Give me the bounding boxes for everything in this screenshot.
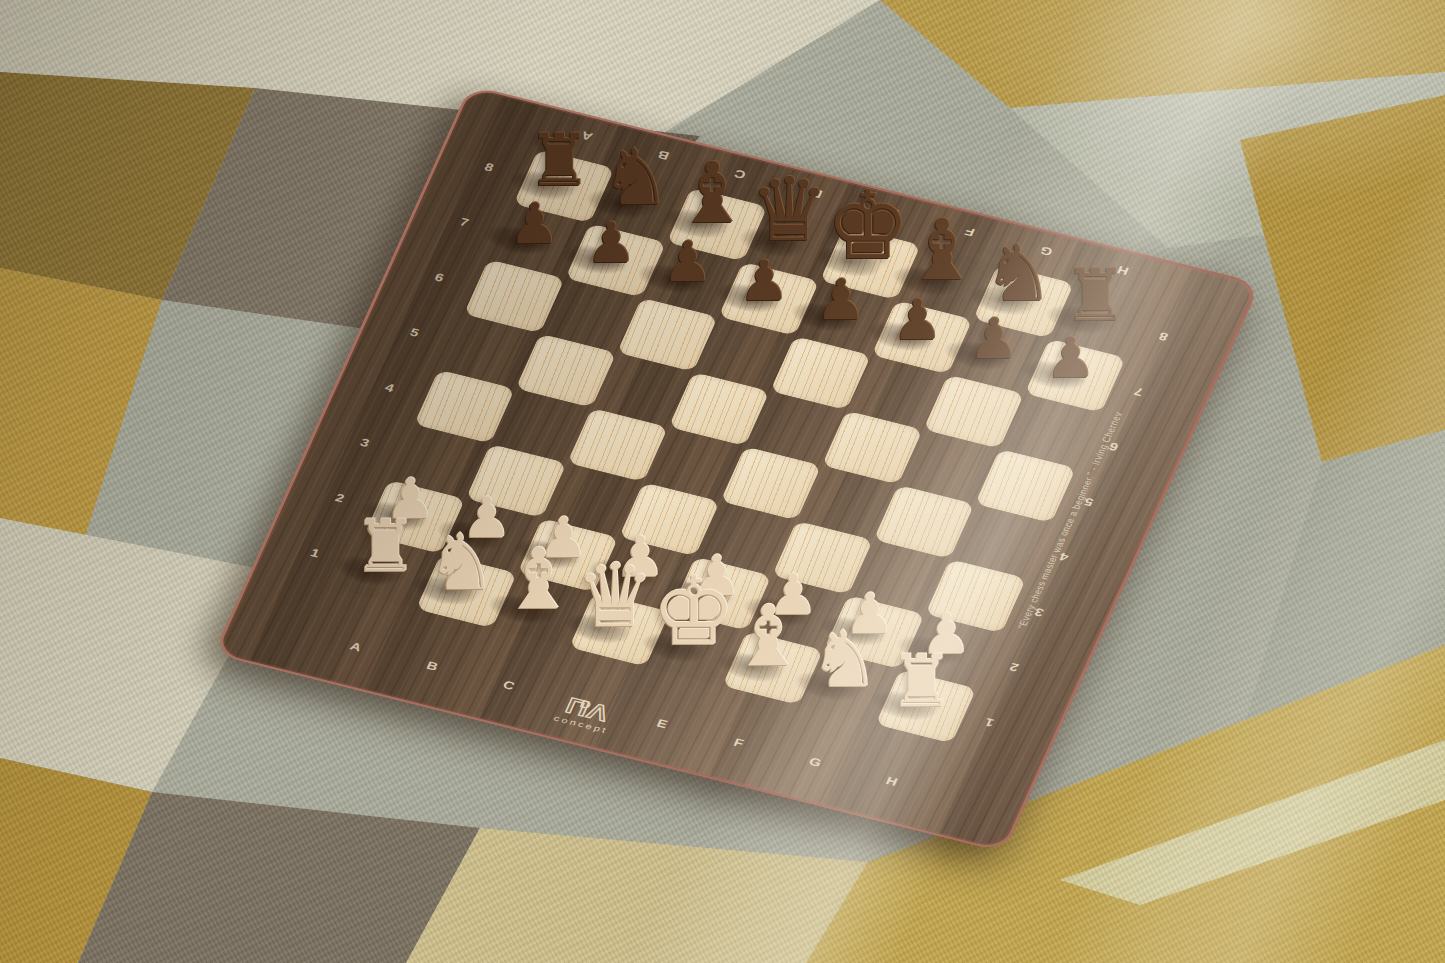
file-label-bottom-h: H [874,771,910,791]
piece-glyph: ♝ [672,151,752,235]
piece-white-rook-h1[interactable]: ♜ [887,697,964,717]
file-label-bottom-c: C [491,675,527,695]
piece-glyph: ♜ [1055,259,1135,331]
file-label-bottom-g: G [797,752,833,772]
piece-glyph: ♚ [652,565,732,659]
rank-label-right-8: 8 [1145,326,1181,346]
piece-glyph: ♛ [749,166,829,254]
brand-logo: ΠΛ concept [522,685,650,743]
rank-label-right-2: 2 [996,657,1032,677]
rank-label-right-1: 1 [971,712,1007,732]
piece-glyph: ♟ [494,196,574,252]
piece-glyph: ♟ [877,292,957,348]
rank-label-left-8: 8 [471,157,507,177]
piece-glyph: ♚ [826,179,906,273]
piece-glyph: ♟ [648,234,728,290]
file-label-bottom-a: A [338,637,374,657]
piece-glyph: ♝ [728,594,808,678]
piece-glyph: ♛ [575,552,655,640]
rank-label-left-4: 4 [372,378,408,398]
piece-glyph: ♞ [979,234,1059,312]
piece-glyph: ♜ [345,510,425,582]
piece-glyph: ♜ [519,124,599,196]
piece-black-pawn-h7[interactable]: ♟ [1037,366,1114,386]
piece-glyph: ♟ [954,311,1034,367]
piece-glyph: ♞ [422,523,502,601]
piece-glyph: ♟ [1031,330,1111,386]
piece-glyph: ♞ [805,620,885,698]
piece-glyph: ♝ [498,537,578,621]
piece-glyph: ♝ [902,208,982,292]
file-label-bottom-f: F [721,733,757,753]
piece-glyph: ♟ [571,215,651,271]
piece-glyph: ♟ [724,253,804,309]
rank-label-left-7: 7 [446,212,482,232]
rank-label-left-6: 6 [421,268,457,288]
rank-label-left-1: 1 [297,543,333,563]
rank-label-left-5: 5 [397,323,433,343]
file-label-bottom-b: B [414,656,450,676]
photo-scene: AABBCCDDEEFFGGHH1122334455667788 "Every … [0,0,1445,963]
rank-label-right-7: 7 [1120,381,1156,401]
file-label-bottom-e: E [644,714,680,734]
piece-glyph: ♜ [881,645,961,717]
piece-glyph: ♟ [801,272,881,328]
rank-label-left-3: 3 [347,433,383,453]
piece-glyph: ♞ [596,138,676,216]
